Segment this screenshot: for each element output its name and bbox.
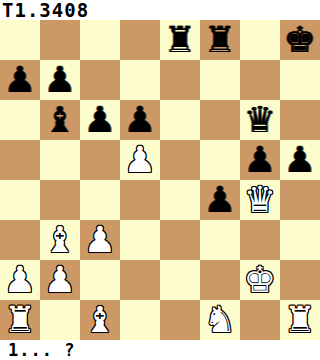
square-c8[interactable] (80, 20, 120, 60)
square-e7[interactable] (160, 60, 200, 100)
square-e8[interactable]: ♜ (160, 20, 200, 60)
square-c7[interactable] (80, 60, 120, 100)
piece-white-pawn-a2[interactable]: ♟ (4, 260, 36, 300)
square-b5[interactable] (40, 140, 80, 180)
piece-black-pawn-c6[interactable]: ♟ (84, 100, 116, 140)
square-d1[interactable] (120, 300, 160, 340)
square-g7[interactable] (240, 60, 280, 100)
move-prompt: 1... ? (0, 340, 320, 360)
piece-black-queen-g6[interactable]: ♛ (244, 100, 276, 140)
piece-black-pawn-h5[interactable]: ♟ (284, 140, 316, 180)
square-a7[interactable]: ♟ (0, 60, 40, 100)
square-h6[interactable] (280, 100, 320, 140)
square-d8[interactable] (120, 20, 160, 60)
chess-puzzle-app: T1.3408 ♜♜♚♟♟♝♟♟♛♟♟♟♟♛♝♟♟♟♚♜♝♞♜ 1... ? (0, 0, 320, 360)
square-a8[interactable] (0, 20, 40, 60)
square-f8[interactable]: ♜ (200, 20, 240, 60)
square-g4[interactable]: ♛ (240, 180, 280, 220)
piece-white-pawn-b2[interactable]: ♟ (44, 260, 76, 300)
square-f4[interactable]: ♟ (200, 180, 240, 220)
piece-black-pawn-b7[interactable]: ♟ (44, 60, 76, 100)
square-b3[interactable]: ♝ (40, 220, 80, 260)
square-c2[interactable] (80, 260, 120, 300)
square-h4[interactable] (280, 180, 320, 220)
piece-black-pawn-d6[interactable]: ♟ (124, 100, 156, 140)
square-h1[interactable]: ♜ (280, 300, 320, 340)
square-c6[interactable]: ♟ (80, 100, 120, 140)
square-d7[interactable] (120, 60, 160, 100)
square-b2[interactable]: ♟ (40, 260, 80, 300)
piece-black-rook-e8[interactable]: ♜ (164, 20, 196, 60)
piece-white-rook-a1[interactable]: ♜ (4, 300, 36, 340)
piece-black-rook-f8[interactable]: ♜ (204, 20, 236, 60)
square-b4[interactable] (40, 180, 80, 220)
square-a5[interactable] (0, 140, 40, 180)
square-c4[interactable] (80, 180, 120, 220)
square-e6[interactable] (160, 100, 200, 140)
square-e4[interactable] (160, 180, 200, 220)
square-a4[interactable] (0, 180, 40, 220)
square-a6[interactable] (0, 100, 40, 140)
piece-black-bishop-b6[interactable]: ♝ (44, 100, 76, 140)
square-e3[interactable] (160, 220, 200, 260)
square-a1[interactable]: ♜ (0, 300, 40, 340)
piece-black-pawn-f4[interactable]: ♟ (204, 180, 236, 220)
square-a2[interactable]: ♟ (0, 260, 40, 300)
puzzle-id: T1.3408 (0, 0, 320, 20)
piece-white-king-g2[interactable]: ♚ (244, 260, 276, 300)
square-g8[interactable] (240, 20, 280, 60)
square-c1[interactable]: ♝ (80, 300, 120, 340)
piece-white-pawn-d5[interactable]: ♟ (124, 140, 156, 180)
square-a3[interactable] (0, 220, 40, 260)
square-e1[interactable] (160, 300, 200, 340)
square-c3[interactable]: ♟ (80, 220, 120, 260)
piece-white-rook-h1[interactable]: ♜ (284, 300, 316, 340)
piece-white-bishop-c1[interactable]: ♝ (84, 300, 116, 340)
square-d3[interactable] (120, 220, 160, 260)
square-b6[interactable]: ♝ (40, 100, 80, 140)
chess-board: ♜♜♚♟♟♝♟♟♛♟♟♟♟♛♝♟♟♟♚♜♝♞♜ (0, 20, 320, 340)
piece-black-king-h8[interactable]: ♚ (284, 20, 316, 60)
square-f3[interactable] (200, 220, 240, 260)
square-h8[interactable]: ♚ (280, 20, 320, 60)
square-h2[interactable] (280, 260, 320, 300)
square-g3[interactable] (240, 220, 280, 260)
square-c5[interactable] (80, 140, 120, 180)
piece-white-pawn-c3[interactable]: ♟ (84, 220, 116, 260)
square-e2[interactable] (160, 260, 200, 300)
square-h5[interactable]: ♟ (280, 140, 320, 180)
square-d4[interactable] (120, 180, 160, 220)
square-b7[interactable]: ♟ (40, 60, 80, 100)
square-h7[interactable] (280, 60, 320, 100)
piece-black-pawn-a7[interactable]: ♟ (4, 60, 36, 100)
square-h3[interactable] (280, 220, 320, 260)
square-g2[interactable]: ♚ (240, 260, 280, 300)
square-f2[interactable] (200, 260, 240, 300)
square-e5[interactable] (160, 140, 200, 180)
piece-white-queen-g4[interactable]: ♛ (244, 180, 276, 220)
square-f5[interactable] (200, 140, 240, 180)
square-d6[interactable]: ♟ (120, 100, 160, 140)
square-f7[interactable] (200, 60, 240, 100)
piece-white-knight-f1[interactable]: ♞ (204, 300, 236, 340)
square-d2[interactable] (120, 260, 160, 300)
square-d5[interactable]: ♟ (120, 140, 160, 180)
piece-black-pawn-g5[interactable]: ♟ (244, 140, 276, 180)
square-f6[interactable] (200, 100, 240, 140)
square-b8[interactable] (40, 20, 80, 60)
square-g1[interactable] (240, 300, 280, 340)
square-f1[interactable]: ♞ (200, 300, 240, 340)
square-b1[interactable] (40, 300, 80, 340)
piece-white-bishop-b3[interactable]: ♝ (44, 220, 76, 260)
square-g6[interactable]: ♛ (240, 100, 280, 140)
square-g5[interactable]: ♟ (240, 140, 280, 180)
